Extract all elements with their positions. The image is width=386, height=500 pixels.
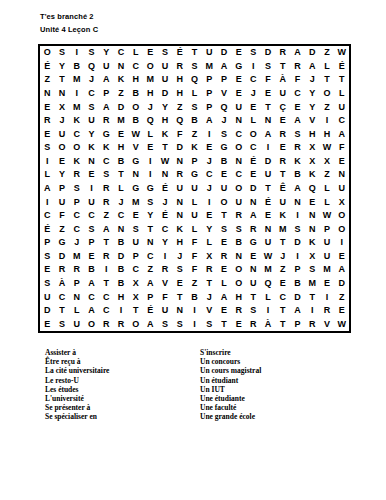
grid-cell: T	[275, 60, 290, 74]
grid-cell: À	[261, 317, 276, 331]
grid-cell: T	[202, 277, 217, 291]
grid-cell: R	[99, 195, 114, 209]
grid-cell: R	[69, 168, 84, 182]
grid-cell: W	[320, 141, 335, 155]
grid-cell: T	[172, 290, 187, 304]
grid-cell: B	[69, 60, 84, 74]
grid-cell: N	[55, 87, 70, 101]
grid-cell: R	[320, 304, 335, 318]
grid-cell: R	[275, 46, 290, 60]
grid-cell: N	[172, 195, 187, 209]
word-bank-item: Assister à	[45, 348, 109, 357]
grid-cell: O	[231, 263, 246, 277]
grid-cell: S	[217, 127, 232, 141]
grid-cell: U	[158, 73, 173, 87]
word-bank-item: Un IUT	[200, 385, 261, 394]
grid-cell: P	[290, 263, 305, 277]
grid-cell: E	[40, 127, 55, 141]
grid-cell: É	[40, 222, 55, 236]
worksheet-page: T'es branché 2 Unité 4 Leçon C OSISYCLES…	[0, 0, 386, 500]
grid-cell: R	[305, 317, 320, 331]
grid-cell: U	[55, 195, 70, 209]
grid-cell: W	[320, 209, 335, 223]
grid-cell: T	[187, 46, 202, 60]
grid-cell: M	[275, 222, 290, 236]
grid-cell: H	[172, 73, 187, 87]
grid-cell: B	[84, 263, 99, 277]
grid-cell: D	[290, 290, 305, 304]
grid-cell: E	[305, 195, 320, 209]
grid-cell: É	[158, 209, 173, 223]
grid-cell: E	[275, 277, 290, 291]
grid-cell: L	[187, 222, 202, 236]
grid-cell: R	[172, 60, 187, 74]
grid-cell: O	[320, 87, 335, 101]
grid-cell: E	[55, 155, 70, 169]
grid-cell: N	[172, 155, 187, 169]
grid-cell: J	[246, 87, 261, 101]
grid-cell: C	[275, 290, 290, 304]
grid-cell: C	[114, 209, 129, 223]
grid-cell: P	[217, 73, 232, 87]
grid-cell: A	[290, 304, 305, 318]
grid-cell: L	[320, 195, 335, 209]
grid-cell: Z	[114, 87, 129, 101]
grid-cell: T	[114, 168, 129, 182]
grid-cell: G	[55, 236, 70, 250]
grid-cell: O	[231, 277, 246, 291]
grid-cell: X	[128, 290, 143, 304]
grid-cell: J	[158, 195, 173, 209]
grid-cell: C	[158, 222, 173, 236]
grid-cell: É	[40, 60, 55, 74]
grid-cell: I	[143, 168, 158, 182]
grid-cell: S	[187, 100, 202, 114]
grid-cell: L	[246, 114, 261, 128]
grid-cell: C	[84, 209, 99, 223]
grid-cell: À	[55, 277, 70, 291]
grid-cell: U	[55, 127, 70, 141]
grid-cell: U	[261, 236, 276, 250]
grid-cell: Q	[305, 182, 320, 196]
word-bank-item: Se présenter à	[45, 403, 109, 412]
grid-cell: K	[84, 141, 99, 155]
grid-cell: U	[334, 182, 349, 196]
grid-cell: G	[246, 236, 261, 250]
grid-cell: R	[99, 317, 114, 331]
grid-cell: D	[172, 141, 187, 155]
grid-cell: X	[128, 277, 143, 291]
grid-cell: O	[246, 127, 261, 141]
grid-cell: I	[202, 195, 217, 209]
grid-cell: A	[246, 209, 261, 223]
grid-cell: P	[290, 317, 305, 331]
grid-cell: M	[305, 277, 320, 291]
grid-cell: U	[231, 195, 246, 209]
grid-cell: I	[320, 114, 335, 128]
grid-cell: E	[231, 73, 246, 87]
grid-cell: V	[158, 277, 173, 291]
grid-cell: A	[202, 114, 217, 128]
grid-cell: C	[99, 304, 114, 318]
grid-cell: A	[143, 277, 158, 291]
grid-cell: É	[143, 304, 158, 318]
grid-cell: G	[187, 168, 202, 182]
grid-cell: R	[246, 317, 261, 331]
grid-cell: G	[143, 182, 158, 196]
grid-cell: E	[114, 127, 129, 141]
grid-cell: E	[202, 209, 217, 223]
grid-cell: A	[143, 317, 158, 331]
grid-cell: A	[217, 290, 232, 304]
grid-cell: C	[231, 127, 246, 141]
grid-cell: D	[261, 155, 276, 169]
grid-cell: T	[128, 304, 143, 318]
grid-cell: U	[158, 60, 173, 74]
grid-cell: F	[290, 73, 305, 87]
grid-cell: L	[187, 87, 202, 101]
grid-cell: S	[40, 277, 55, 291]
grid-cell: E	[172, 277, 187, 291]
grid-cell: I	[99, 263, 114, 277]
grid-cell: R	[172, 168, 187, 182]
grid-cell: A	[217, 60, 232, 74]
grid-cell: N	[40, 87, 55, 101]
grid-cell: J	[69, 236, 84, 250]
grid-cell: R	[231, 304, 246, 318]
grid-cell: C	[55, 290, 70, 304]
grid-cell: W	[128, 127, 143, 141]
grid-cell: K	[187, 141, 202, 155]
grid-cell: S	[55, 317, 70, 331]
grid-cell: O	[231, 141, 246, 155]
grid-cell: V	[202, 304, 217, 318]
grid-cell: O	[334, 209, 349, 223]
grid-cell: Q	[187, 73, 202, 87]
grid-cell: J	[143, 100, 158, 114]
grid-cell: U	[128, 236, 143, 250]
grid-cell: R	[99, 114, 114, 128]
grid-cell: R	[231, 209, 246, 223]
grid-cell: N	[261, 114, 276, 128]
grid-cell: T	[99, 236, 114, 250]
grid-cell: K	[99, 141, 114, 155]
grid-cell: Ç	[275, 100, 290, 114]
grid-cell: L	[187, 195, 202, 209]
grid-cell: F	[187, 263, 202, 277]
grid-cell: X	[202, 250, 217, 264]
grid-cell: N	[69, 290, 84, 304]
grid-cell: S	[40, 250, 55, 264]
grid-cell: W	[334, 317, 349, 331]
grid-cell: U	[275, 195, 290, 209]
grid-cell: F	[187, 250, 202, 264]
grid-cell: S	[246, 304, 261, 318]
grid-cell: I	[69, 46, 84, 60]
grid-cell: C	[69, 209, 84, 223]
grid-cell: C	[231, 168, 246, 182]
grid-cell: B	[128, 114, 143, 128]
grid-cell: E	[217, 263, 232, 277]
book-title: T'es branché 2	[40, 11, 98, 24]
grid-cell: F	[187, 236, 202, 250]
word-bank-right: S'inscrireUn concoursUn cours magistralU…	[200, 348, 261, 422]
grid-cell: N	[231, 155, 246, 169]
grid-cell: B	[217, 155, 232, 169]
grid-cell: T	[55, 304, 70, 318]
grid-cell: R	[99, 250, 114, 264]
grid-cell: M	[69, 100, 84, 114]
grid-cell: P	[69, 195, 84, 209]
grid-cell: J	[275, 250, 290, 264]
grid-cell: D	[334, 277, 349, 291]
grid-cell: A	[84, 304, 99, 318]
grid-cell: V	[217, 87, 232, 101]
grid-cell: E	[231, 87, 246, 101]
grid-cell: B	[231, 236, 246, 250]
grid-cell: W	[261, 250, 276, 264]
grid-cell: I	[334, 236, 349, 250]
grid-cell: X	[305, 155, 320, 169]
grid-cell: E	[40, 263, 55, 277]
grid-cell: E	[143, 46, 158, 60]
grid-cell: F	[55, 209, 70, 223]
grid-cell: P	[320, 222, 335, 236]
grid-cell: E	[128, 209, 143, 223]
grid-cell: M	[320, 263, 335, 277]
grid-cell: P	[99, 87, 114, 101]
grid-cell: S	[305, 263, 320, 277]
grid-cell: O	[84, 317, 99, 331]
grid-cell: I	[158, 250, 173, 264]
grid-cell: D	[40, 304, 55, 318]
grid-cell: T	[275, 304, 290, 318]
grid-cell: Y	[55, 168, 70, 182]
grid-cell: H	[172, 236, 187, 250]
grid-cell: F	[172, 127, 187, 141]
grid-cell: C	[69, 222, 84, 236]
grid-cell: Y	[305, 100, 320, 114]
grid-cell: Y	[158, 100, 173, 114]
grid-cell: L	[143, 127, 158, 141]
grid-cell: S	[84, 46, 99, 60]
grid-cell: L	[334, 87, 349, 101]
grid-cell: L	[40, 168, 55, 182]
grid-cell: T	[99, 277, 114, 291]
grid-cell: N	[261, 222, 276, 236]
grid-cell: J	[114, 195, 129, 209]
grid-cell: O	[40, 46, 55, 60]
grid-cell: J	[55, 114, 70, 128]
grid-cell: I	[40, 155, 55, 169]
grid-cell: Y	[84, 127, 99, 141]
grid-cell: E	[84, 250, 99, 264]
grid-cell: F	[334, 141, 349, 155]
grid-cell: U	[320, 250, 335, 264]
grid-cell: I	[261, 304, 276, 318]
grid-cell: L	[217, 277, 232, 291]
grid-cell: T	[143, 222, 158, 236]
word-bank-item: L'université	[45, 394, 109, 403]
grid-cell: D	[261, 46, 276, 60]
grid-cell: E	[40, 100, 55, 114]
grid-cell: O	[217, 195, 232, 209]
grid-cell: I	[202, 127, 217, 141]
grid-cell: O	[231, 182, 246, 196]
grid-cell: A	[290, 114, 305, 128]
grid-cell: I	[187, 304, 202, 318]
grid-cell: E	[261, 209, 276, 223]
grid-cell: Y	[55, 60, 70, 74]
grid-cell: P	[202, 87, 217, 101]
grid-cell: P	[55, 182, 70, 196]
grid-cell: X	[320, 155, 335, 169]
grid-cell: N	[172, 304, 187, 318]
grid-cell: U	[246, 277, 261, 291]
grid-cell: E	[246, 168, 261, 182]
grid-cell: U	[99, 60, 114, 74]
word-bank-item: Les études	[45, 385, 109, 394]
grid-cell: L	[202, 236, 217, 250]
grid-cell: X	[305, 141, 320, 155]
grid-cell: H	[320, 127, 335, 141]
grid-cell: A	[99, 222, 114, 236]
grid-cell: J	[202, 182, 217, 196]
grid-cell: Q	[172, 114, 187, 128]
grid-cell: M	[69, 73, 84, 87]
grid-cell: E	[261, 87, 276, 101]
grid-cell: O	[128, 100, 143, 114]
grid-cell: N	[290, 195, 305, 209]
grid-cell: U	[69, 317, 84, 331]
grid-cell: S	[172, 263, 187, 277]
grid-cell: I	[246, 60, 261, 74]
grid-cell: C	[290, 87, 305, 101]
grid-cell: K	[114, 73, 129, 87]
grid-cell: T	[275, 168, 290, 182]
grid-cell: D	[114, 100, 129, 114]
grid-cell: P	[143, 290, 158, 304]
grid-cell: C	[40, 209, 55, 223]
grid-cell: T	[305, 290, 320, 304]
word-bank-item: Le resto-U	[45, 376, 109, 385]
grid-cell: Q	[84, 60, 99, 74]
grid-cell: S	[84, 222, 99, 236]
grid-cell: C	[114, 46, 129, 60]
grid-cell: M	[202, 60, 217, 74]
grid-cell: Z	[99, 209, 114, 223]
grid-cell: R	[246, 222, 261, 236]
grid-cell: O	[143, 60, 158, 74]
grid-cell: U	[187, 209, 202, 223]
grid-cell: C	[202, 168, 217, 182]
grid-cell: E	[246, 100, 261, 114]
grid-cell: C	[246, 73, 261, 87]
grid-cell: Z	[275, 263, 290, 277]
grid-cell: P	[128, 250, 143, 264]
grid-cell: C	[128, 60, 143, 74]
grid-cell: S	[69, 182, 84, 196]
grid-cell: N	[84, 155, 99, 169]
grid-cell: F	[261, 73, 276, 87]
grid-cell: O	[128, 317, 143, 331]
grid-cell: C	[99, 290, 114, 304]
grid-cell: A	[99, 73, 114, 87]
grid-cell: B	[114, 263, 129, 277]
word-bank-item: S'inscrire	[200, 348, 261, 357]
grid-cell: B	[128, 87, 143, 101]
grid-cell: X	[334, 195, 349, 209]
grid-cell: D	[114, 250, 129, 264]
grid-cell: V	[128, 141, 143, 155]
grid-cell: S	[55, 46, 70, 60]
grid-cell: C	[84, 290, 99, 304]
grid-cell: K	[158, 127, 173, 141]
grid-cell: B	[290, 277, 305, 291]
word-bank-item: Un cours magistral	[200, 366, 261, 375]
grid-cell: U	[261, 168, 276, 182]
grid-cell: Q	[217, 100, 232, 114]
page-title: T'es branché 2 Unité 4 Leçon C	[40, 11, 98, 36]
grid-cell: N	[305, 222, 320, 236]
grid-cell: T	[217, 209, 232, 223]
grid-cell: É	[334, 60, 349, 74]
word-bank-item: La cité universitaire	[45, 366, 109, 375]
grid-cell: S	[172, 317, 187, 331]
grid-cell: Z	[172, 100, 187, 114]
grid-cell: W	[334, 46, 349, 60]
grid-cell: A	[334, 127, 349, 141]
grid-cell: S	[261, 60, 276, 74]
grid-cell: T	[334, 73, 349, 87]
grid-cell: U	[231, 100, 246, 114]
grid-cell: I	[290, 250, 305, 264]
grid-cell: À	[275, 73, 290, 87]
grid-cell: Y	[158, 236, 173, 250]
word-bank-item: Une étudiante	[200, 394, 261, 403]
grid-cell: B	[114, 155, 129, 169]
grid-cell: R	[99, 182, 114, 196]
grid-cell: B	[114, 277, 129, 291]
grid-cell: É	[158, 182, 173, 196]
grid-cell: S	[84, 100, 99, 114]
grid-cell: S	[217, 222, 232, 236]
grid-cell: G	[231, 60, 246, 74]
grid-cell: E	[290, 100, 305, 114]
grid-cell: H	[172, 87, 187, 101]
grid-cell: H	[143, 87, 158, 101]
grid-cell: S	[128, 222, 143, 236]
grid-cell: A	[261, 127, 276, 141]
grid-cell: I	[143, 155, 158, 169]
grid-cell: E	[143, 141, 158, 155]
grid-cell: C	[143, 250, 158, 264]
grid-cell: J	[305, 73, 320, 87]
grid-cell: E	[231, 46, 246, 60]
grid-cell: E	[334, 250, 349, 264]
grid-cell: T	[261, 182, 276, 196]
grid-cell: H	[231, 290, 246, 304]
grid-cell: U	[320, 236, 335, 250]
grid-cell: U	[40, 290, 55, 304]
grid-cell: E	[202, 141, 217, 155]
grid-cell: N	[143, 236, 158, 250]
grid-cell: A	[290, 182, 305, 196]
grid-cell: S	[158, 46, 173, 60]
grid-cell: I	[114, 304, 129, 318]
grid-cell: R	[40, 114, 55, 128]
grid-cell: J	[84, 73, 99, 87]
